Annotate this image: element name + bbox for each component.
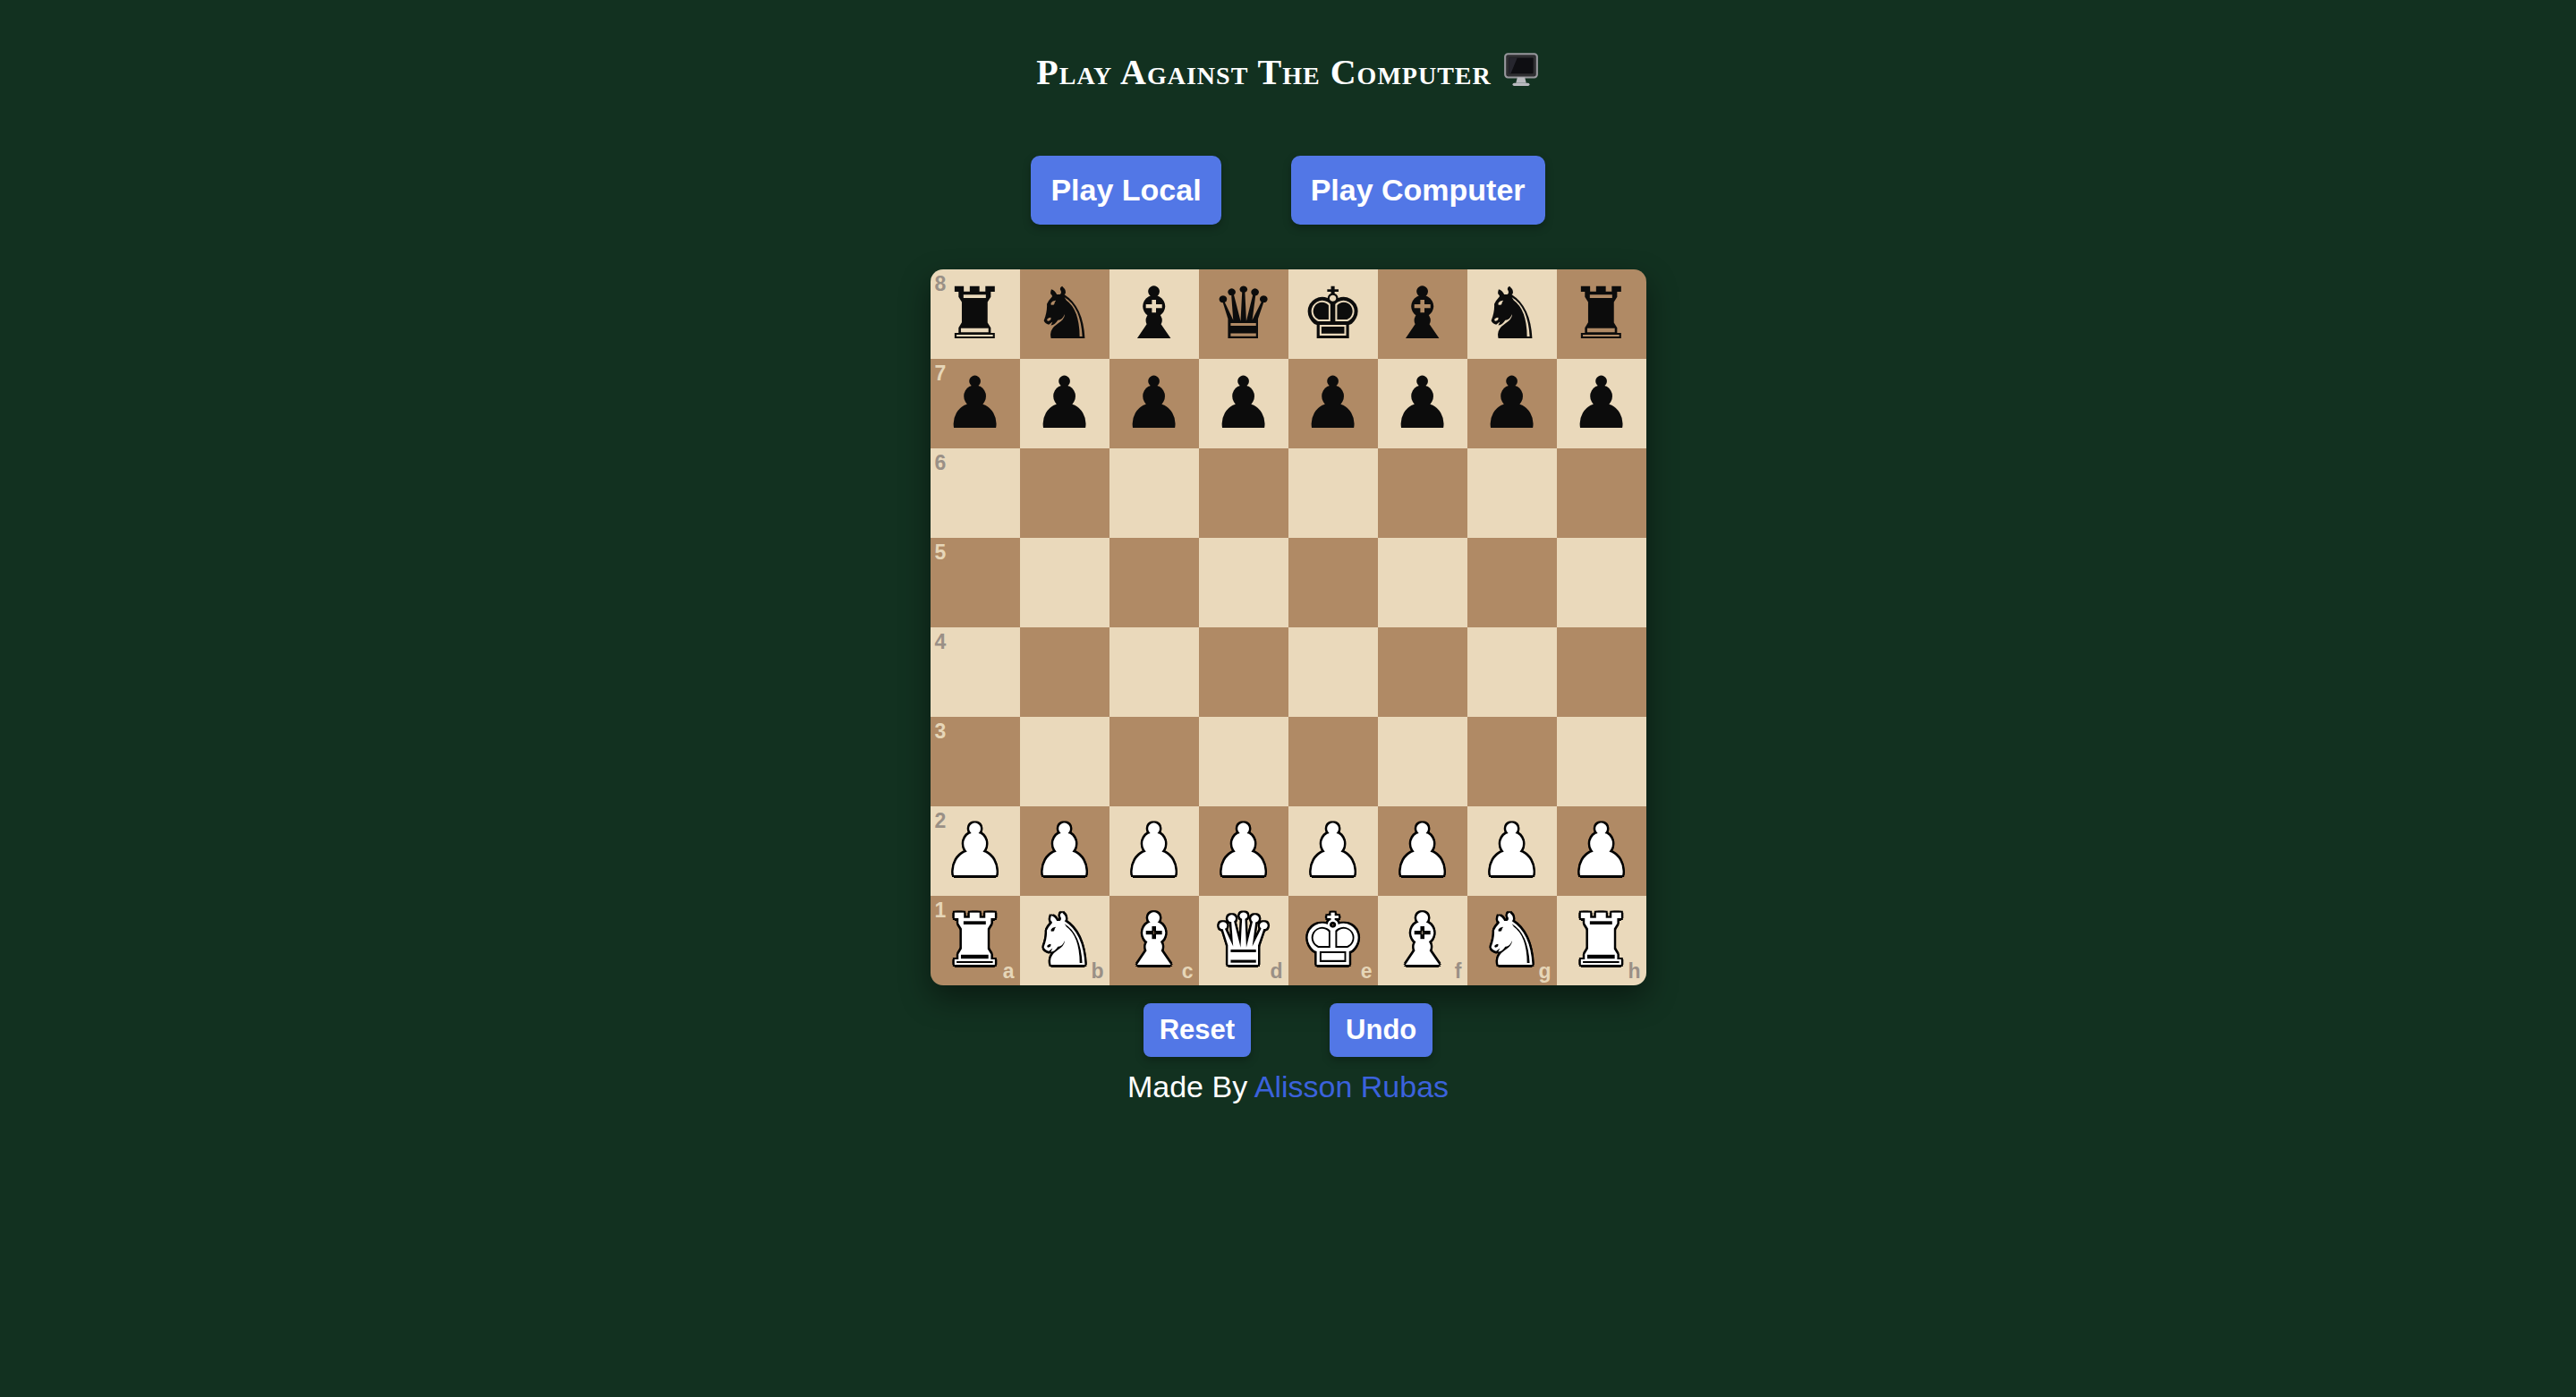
square-a5[interactable]: 5: [931, 538, 1020, 627]
square-e1[interactable]: e♚: [1288, 896, 1378, 985]
square-e2[interactable]: ♟: [1288, 806, 1378, 896]
square-b2[interactable]: ♟: [1020, 806, 1109, 896]
rank-label-3: 3: [935, 721, 947, 742]
white-pawn-piece[interactable]: ♟: [1211, 806, 1276, 896]
white-queen-piece[interactable]: ♛: [1211, 896, 1276, 985]
square-h7[interactable]: ♟: [1557, 359, 1646, 448]
black-rook-piece[interactable]: ♜: [1569, 269, 1634, 359]
white-bishop-piece[interactable]: ♝: [1390, 896, 1455, 985]
square-a1[interactable]: 1a♜: [931, 896, 1020, 985]
play-computer-button[interactable]: Play Computer: [1291, 156, 1545, 225]
square-f7[interactable]: ♟: [1378, 359, 1467, 448]
square-d3[interactable]: [1199, 717, 1288, 806]
square-b1[interactable]: b♞: [1020, 896, 1109, 985]
square-d5[interactable]: [1199, 538, 1288, 627]
square-a7[interactable]: 7♟: [931, 359, 1020, 448]
white-bishop-piece[interactable]: ♝: [1122, 896, 1186, 985]
square-f6[interactable]: [1378, 448, 1467, 538]
white-knight-piece[interactable]: ♞: [1033, 896, 1097, 985]
square-g1[interactable]: g♞: [1467, 896, 1557, 985]
square-h2[interactable]: ♟: [1557, 806, 1646, 896]
white-pawn-piece[interactable]: ♟: [1301, 806, 1365, 896]
square-f4[interactable]: [1378, 627, 1467, 717]
square-e8[interactable]: ♚: [1288, 269, 1378, 359]
square-h6[interactable]: [1557, 448, 1646, 538]
black-pawn-piece[interactable]: ♟: [1301, 359, 1365, 448]
square-b7[interactable]: ♟: [1020, 359, 1109, 448]
square-d7[interactable]: ♟: [1199, 359, 1288, 448]
square-e5[interactable]: [1288, 538, 1378, 627]
square-b5[interactable]: [1020, 538, 1109, 627]
white-pawn-piece[interactable]: ♟: [1390, 806, 1455, 896]
square-g6[interactable]: [1467, 448, 1557, 538]
square-d8[interactable]: ♛: [1199, 269, 1288, 359]
square-c1[interactable]: c♝: [1109, 896, 1199, 985]
square-g4[interactable]: [1467, 627, 1557, 717]
square-e3[interactable]: [1288, 717, 1378, 806]
square-f3[interactable]: [1378, 717, 1467, 806]
white-pawn-piece[interactable]: ♟: [1122, 806, 1186, 896]
black-knight-piece[interactable]: ♞: [1480, 269, 1544, 359]
square-a4[interactable]: 4: [931, 627, 1020, 717]
square-c4[interactable]: [1109, 627, 1199, 717]
black-pawn-piece[interactable]: ♟: [1480, 359, 1544, 448]
chess-board[interactable]: 8♜♞♝♛♚♝♞♜7♟♟♟♟♟♟♟♟65432♟♟♟♟♟♟♟♟1a♜b♞c♝d♛…: [931, 269, 1646, 985]
square-d4[interactable]: [1199, 627, 1288, 717]
black-pawn-piece[interactable]: ♟: [943, 359, 1007, 448]
rank-label-6: 6: [935, 453, 947, 473]
square-a6[interactable]: 6: [931, 448, 1020, 538]
square-b3[interactable]: [1020, 717, 1109, 806]
square-c7[interactable]: ♟: [1109, 359, 1199, 448]
black-pawn-piece[interactable]: ♟: [1390, 359, 1455, 448]
square-h5[interactable]: [1557, 538, 1646, 627]
square-b8[interactable]: ♞: [1020, 269, 1109, 359]
square-e4[interactable]: [1288, 627, 1378, 717]
square-g7[interactable]: ♟: [1467, 359, 1557, 448]
white-pawn-piece[interactable]: ♟: [1480, 806, 1544, 896]
square-c8[interactable]: ♝: [1109, 269, 1199, 359]
rank-label-4: 4: [935, 632, 947, 652]
square-c6[interactable]: [1109, 448, 1199, 538]
square-c3[interactable]: [1109, 717, 1199, 806]
page-title-text: Play Against The Computer: [1036, 55, 1491, 90]
white-knight-piece[interactable]: ♞: [1480, 896, 1544, 985]
white-rook-piece[interactable]: ♜: [943, 896, 1007, 985]
black-king-piece[interactable]: ♚: [1301, 269, 1365, 359]
mode-button-row: Play Local Play Computer: [1031, 156, 1544, 225]
white-rook-piece[interactable]: ♜: [1569, 896, 1634, 985]
square-c2[interactable]: ♟: [1109, 806, 1199, 896]
square-f1[interactable]: f♝: [1378, 896, 1467, 985]
reset-button[interactable]: Reset: [1143, 1003, 1251, 1057]
square-f5[interactable]: [1378, 538, 1467, 627]
square-g2[interactable]: ♟: [1467, 806, 1557, 896]
white-pawn-piece[interactable]: ♟: [1033, 806, 1097, 896]
desktop-computer-icon: [1502, 50, 1540, 94]
square-h8[interactable]: ♜: [1557, 269, 1646, 359]
square-g5[interactable]: [1467, 538, 1557, 627]
page-title: Play Against The Computer: [1036, 50, 1539, 94]
black-pawn-piece[interactable]: ♟: [1211, 359, 1276, 448]
black-bishop-piece[interactable]: ♝: [1122, 269, 1186, 359]
black-pawn-piece[interactable]: ♟: [1122, 359, 1186, 448]
square-a8[interactable]: 8♜: [931, 269, 1020, 359]
square-d1[interactable]: d♛: [1199, 896, 1288, 985]
file-label-f: f: [1455, 961, 1462, 982]
black-queen-piece[interactable]: ♛: [1211, 269, 1276, 359]
black-bishop-piece[interactable]: ♝: [1390, 269, 1455, 359]
play-local-button[interactable]: Play Local: [1031, 156, 1220, 225]
square-g8[interactable]: ♞: [1467, 269, 1557, 359]
square-e6[interactable]: [1288, 448, 1378, 538]
white-pawn-piece[interactable]: ♟: [1569, 806, 1634, 896]
undo-button[interactable]: Undo: [1330, 1003, 1433, 1057]
square-g3[interactable]: [1467, 717, 1557, 806]
white-pawn-piece[interactable]: ♟: [943, 806, 1007, 896]
credit-line: Made By Alisson Rubas: [1127, 1069, 1449, 1104]
black-pawn-piece[interactable]: ♟: [1033, 359, 1097, 448]
square-h1[interactable]: h♜: [1557, 896, 1646, 985]
white-king-piece[interactable]: ♚: [1301, 896, 1365, 985]
square-f8[interactable]: ♝: [1378, 269, 1467, 359]
square-c5[interactable]: [1109, 538, 1199, 627]
game-control-row: Reset Undo: [1143, 1003, 1433, 1057]
made-by-text: Made By: [1127, 1069, 1254, 1103]
square-h4[interactable]: [1557, 627, 1646, 717]
square-a3[interactable]: 3: [931, 717, 1020, 806]
square-f2[interactable]: ♟: [1378, 806, 1467, 896]
author-link[interactable]: Alisson Rubas: [1254, 1069, 1449, 1103]
square-d6[interactable]: [1199, 448, 1288, 538]
square-e7[interactable]: ♟: [1288, 359, 1378, 448]
black-pawn-piece[interactable]: ♟: [1569, 359, 1634, 448]
black-knight-piece[interactable]: ♞: [1033, 269, 1097, 359]
black-rook-piece[interactable]: ♜: [943, 269, 1007, 359]
rank-label-5: 5: [935, 542, 947, 563]
square-d2[interactable]: ♟: [1199, 806, 1288, 896]
square-h3[interactable]: [1557, 717, 1646, 806]
square-b6[interactable]: [1020, 448, 1109, 538]
square-a2[interactable]: 2♟: [931, 806, 1020, 896]
square-b4[interactable]: [1020, 627, 1109, 717]
